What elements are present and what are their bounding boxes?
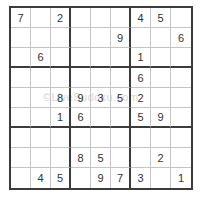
sudoku-page: ©LiveSudoku.com 724596616893521659852459… (0, 0, 200, 200)
cell-r3c5[interactable] (91, 48, 111, 68)
cell-r8c7[interactable] (131, 148, 151, 168)
cell-r5c3[interactable]: 8 (51, 88, 71, 108)
cell-r5c5[interactable]: 3 (91, 88, 111, 108)
cell-r4c6[interactable] (111, 68, 131, 88)
cell-r3c4[interactable] (71, 48, 91, 68)
cell-r7c5[interactable] (91, 128, 111, 148)
cell-r6c9[interactable] (171, 108, 191, 128)
cell-r4c3[interactable] (51, 68, 71, 88)
cell-r1c9[interactable] (171, 8, 191, 28)
cell-r9c7[interactable]: 3 (131, 168, 151, 188)
cell-r3c1[interactable] (11, 48, 31, 68)
cell-r9c2[interactable]: 4 (31, 168, 51, 188)
cell-r6c3[interactable]: 1 (51, 108, 71, 128)
cell-r1c3[interactable]: 2 (51, 8, 71, 28)
cell-r5c1[interactable] (11, 88, 31, 108)
cell-r2c5[interactable] (91, 28, 111, 48)
cell-r9c1[interactable] (11, 168, 31, 188)
cell-r8c2[interactable] (31, 148, 51, 168)
cell-r1c7[interactable]: 4 (131, 8, 151, 28)
cell-r2c8[interactable] (151, 28, 171, 48)
cell-r6c5[interactable] (91, 108, 111, 128)
cell-r7c7[interactable] (131, 128, 151, 148)
cell-r9c4[interactable] (71, 168, 91, 188)
cell-r7c2[interactable] (31, 128, 51, 148)
cell-r8c6[interactable] (111, 148, 131, 168)
cell-r5c4[interactable]: 9 (71, 88, 91, 108)
cell-r9c6[interactable]: 7 (111, 168, 131, 188)
cell-r2c9[interactable]: 6 (171, 28, 191, 48)
cell-r7c3[interactable] (51, 128, 71, 148)
cell-r8c1[interactable] (11, 148, 31, 168)
cell-r7c1[interactable] (11, 128, 31, 148)
cell-r2c2[interactable] (31, 28, 51, 48)
cell-r8c5[interactable]: 5 (91, 148, 111, 168)
cell-r6c7[interactable]: 5 (131, 108, 151, 128)
cell-r9c5[interactable]: 9 (91, 168, 111, 188)
cell-r3c6[interactable] (111, 48, 131, 68)
cell-r3c8[interactable] (151, 48, 171, 68)
cell-r9c9[interactable]: 1 (171, 168, 191, 188)
cell-r8c3[interactable] (51, 148, 71, 168)
cell-r2c3[interactable] (51, 28, 71, 48)
cell-r2c4[interactable] (71, 28, 91, 48)
cell-r6c2[interactable] (31, 108, 51, 128)
cell-r4c8[interactable] (151, 68, 171, 88)
cell-r4c2[interactable] (31, 68, 51, 88)
cell-r4c7[interactable]: 6 (131, 68, 151, 88)
cell-r2c6[interactable]: 9 (111, 28, 131, 48)
cell-r4c4[interactable] (71, 68, 91, 88)
cell-r5c2[interactable] (31, 88, 51, 108)
cell-r3c7[interactable]: 1 (131, 48, 151, 68)
cell-r2c1[interactable] (11, 28, 31, 48)
cell-r3c3[interactable] (51, 48, 71, 68)
cell-r1c5[interactable] (91, 8, 111, 28)
cell-r7c9[interactable] (171, 128, 191, 148)
cell-r6c4[interactable]: 6 (71, 108, 91, 128)
cell-r8c9[interactable] (171, 148, 191, 168)
cell-r4c5[interactable] (91, 68, 111, 88)
cell-r1c6[interactable] (111, 8, 131, 28)
cell-r5c9[interactable] (171, 88, 191, 108)
cell-r7c8[interactable] (151, 128, 171, 148)
cell-r5c6[interactable]: 5 (111, 88, 131, 108)
cell-r4c9[interactable] (171, 68, 191, 88)
cell-r6c6[interactable] (111, 108, 131, 128)
cell-r8c4[interactable]: 8 (71, 148, 91, 168)
cell-r6c1[interactable] (11, 108, 31, 128)
cell-r8c8[interactable]: 2 (151, 148, 171, 168)
cell-r5c8[interactable] (151, 88, 171, 108)
cell-r2c7[interactable] (131, 28, 151, 48)
cell-r1c8[interactable]: 5 (151, 8, 171, 28)
cell-r7c4[interactable] (71, 128, 91, 148)
cell-r5c7[interactable]: 2 (131, 88, 151, 108)
cell-r1c4[interactable] (71, 8, 91, 28)
cell-r9c3[interactable]: 5 (51, 168, 71, 188)
cell-r6c8[interactable]: 9 (151, 108, 171, 128)
cell-r9c8[interactable] (151, 168, 171, 188)
cell-r1c1[interactable]: 7 (11, 8, 31, 28)
cell-r3c9[interactable] (171, 48, 191, 68)
cell-r7c6[interactable] (111, 128, 131, 148)
cell-r3c2[interactable]: 6 (31, 48, 51, 68)
cell-r1c2[interactable] (31, 8, 51, 28)
cell-r4c1[interactable] (11, 68, 31, 88)
sudoku-board: 724596616893521659852459731 (9, 6, 193, 190)
